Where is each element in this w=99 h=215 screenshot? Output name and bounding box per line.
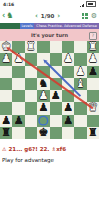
black-p-piece: ♟ <box>87 66 99 78</box>
square[interactable]: ♜ <box>25 41 37 53</box>
knight-app-icon: ♞ <box>6 11 13 21</box>
square[interactable]: ♟ <box>12 53 24 65</box>
black-p-piece: ♟ <box>62 102 74 114</box>
white-p-piece: ♟ <box>87 53 99 65</box>
square[interactable] <box>12 127 24 139</box>
square[interactable] <box>25 102 37 114</box>
next-puzzle-button[interactable]: › <box>57 12 60 20</box>
square[interactable] <box>12 78 24 90</box>
square[interactable] <box>62 66 74 78</box>
black-p-piece: ♟ <box>12 115 24 127</box>
move-list-text: 21... g6?! 22. ♗xf6 <box>8 146 66 152</box>
black-p-piece: ♟ <box>50 90 62 102</box>
black-k-piece: ♚ <box>37 127 49 139</box>
white-p-piece: ♟ <box>74 66 86 78</box>
square[interactable] <box>37 53 49 65</box>
square[interactable] <box>0 102 12 114</box>
black-r-piece: ♜ <box>87 127 99 139</box>
square[interactable]: ♟ <box>0 115 12 127</box>
white-b-piece: ♝ <box>74 78 86 90</box>
square[interactable]: ♝ <box>74 78 86 90</box>
back-button[interactable]: ‹ ♞ <box>2 11 13 21</box>
square[interactable] <box>62 127 74 139</box>
white-p-piece: ♟ <box>62 53 74 65</box>
square[interactable] <box>74 115 86 127</box>
nav-actions: ⚙ <box>82 12 97 20</box>
puzzle-grid-icon[interactable] <box>82 13 88 19</box>
hint-question-icon[interactable]: ? <box>89 32 97 40</box>
move-list-line[interactable]: ⚠ 21... g6?! 22. ♗xf6 <box>0 146 99 152</box>
square[interactable] <box>25 90 37 102</box>
square[interactable] <box>50 66 62 78</box>
chess-board[interactable]: ♚♜♜♟♟♟♟♟♟♞♝♟♟♟♟♛♟♟♟♜♚♜ <box>0 41 99 139</box>
white-p-piece: ♟ <box>12 53 24 65</box>
square[interactable]: ♛ <box>87 102 99 114</box>
clock-time: 4:16 <box>3 2 14 7</box>
status-bar: 4:16 <box>0 0 99 9</box>
square[interactable] <box>12 90 24 102</box>
square[interactable]: ♟ <box>87 66 99 78</box>
square[interactable] <box>25 53 37 65</box>
app-screen: 4:16 ‹ ♞ ‹ 1/90 › ⚙ Levels Chess Practic… <box>0 0 99 215</box>
puzzle-number: 1/90 <box>41 13 55 19</box>
square[interactable] <box>50 102 62 114</box>
turn-banner: It's your turn ? <box>0 29 99 41</box>
square[interactable] <box>25 66 37 78</box>
square[interactable] <box>0 66 12 78</box>
square[interactable] <box>25 78 37 90</box>
square[interactable]: ♟ <box>0 53 12 65</box>
square[interactable]: ♜ <box>87 127 99 139</box>
square[interactable]: ♟ <box>62 102 74 114</box>
square[interactable]: ♟ <box>12 115 24 127</box>
square[interactable] <box>50 53 62 65</box>
settings-gear-icon[interactable]: ⚙ <box>91 12 97 20</box>
square[interactable] <box>25 115 37 127</box>
black-p-piece: ♟ <box>0 115 12 127</box>
square[interactable]: ♟ <box>62 115 74 127</box>
turn-banner-text: It's your turn <box>0 32 99 38</box>
square[interactable] <box>37 66 49 78</box>
square[interactable] <box>87 115 99 127</box>
square[interactable] <box>37 115 49 127</box>
board-area: ♚♜♜♟♟♟♟♟♟♞♝♟♟♟♟♛♟♟♟♜♚♜ <box>0 41 99 139</box>
square[interactable]: ♟ <box>50 90 62 102</box>
square[interactable] <box>0 78 12 90</box>
square[interactable]: ♟ <box>37 102 49 114</box>
white-r-piece: ♜ <box>25 41 37 53</box>
square[interactable] <box>74 53 86 65</box>
square[interactable]: ♟ <box>87 53 99 65</box>
white-q-piece: ♛ <box>87 102 99 114</box>
square[interactable] <box>50 127 62 139</box>
nav-bar: ‹ ♞ ‹ 1/90 › ⚙ <box>0 9 99 23</box>
square[interactable] <box>0 90 12 102</box>
square[interactable]: ♟ <box>74 66 86 78</box>
square[interactable]: ♜ <box>0 127 12 139</box>
square[interactable] <box>87 78 99 90</box>
square[interactable] <box>25 127 37 139</box>
square[interactable] <box>74 41 86 53</box>
square[interactable] <box>50 41 62 53</box>
prev-puzzle-button[interactable]: ‹ <box>35 12 38 20</box>
square[interactable] <box>62 78 74 90</box>
status-icons <box>80 2 96 7</box>
square[interactable] <box>74 90 86 102</box>
square[interactable]: ♟ <box>62 53 74 65</box>
black-p-piece: ♟ <box>62 115 74 127</box>
warning-icon: ⚠ <box>2 146 6 152</box>
square[interactable] <box>37 41 49 53</box>
black-p-piece: ♟ <box>37 102 49 114</box>
puzzle-counter: ‹ 1/90 › <box>35 12 60 20</box>
signal-icon <box>80 4 84 8</box>
square[interactable]: ♚ <box>37 127 49 139</box>
square[interactable] <box>50 115 62 127</box>
square[interactable] <box>12 102 24 114</box>
black-r-piece: ♜ <box>0 127 12 139</box>
square[interactable] <box>74 127 86 139</box>
square[interactable] <box>74 102 86 114</box>
back-chevron-icon: ‹ <box>2 11 5 21</box>
white-p-piece: ♟ <box>0 53 12 65</box>
battery-icon <box>86 1 96 7</box>
square[interactable] <box>12 66 24 78</box>
task-prompt: Play for advantage <box>0 157 99 163</box>
